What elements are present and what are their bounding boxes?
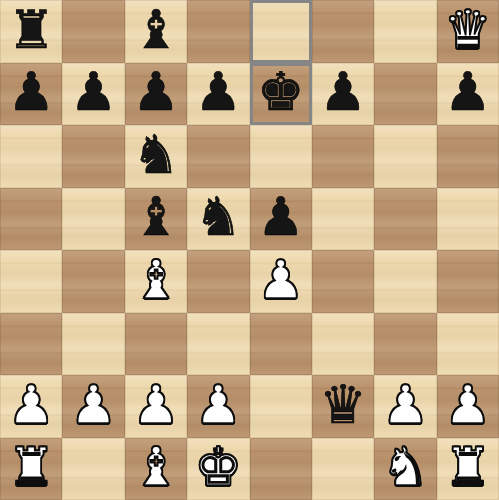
piece-white-pawn[interactable]: ♟ xyxy=(132,378,180,431)
chess-board: ♜♝♛♟♟♟♟♚♟♟♞♝♞♟♝♟♟♟♟♟♛♟♟♜♝♚♞♜ xyxy=(0,0,499,500)
square-c6[interactable]: ♞ xyxy=(125,125,187,188)
square-e8[interactable] xyxy=(250,0,312,63)
square-h8[interactable]: ♛ xyxy=(437,0,499,63)
square-b3[interactable] xyxy=(62,313,124,376)
piece-white-pawn[interactable]: ♟ xyxy=(70,378,118,431)
square-a1[interactable]: ♜ xyxy=(0,438,62,500)
square-c5[interactable]: ♝ xyxy=(125,188,187,251)
square-a4[interactable] xyxy=(0,250,62,313)
square-e4[interactable]: ♟ xyxy=(250,250,312,313)
square-g1[interactable]: ♞ xyxy=(374,438,436,500)
square-c3[interactable] xyxy=(125,313,187,376)
piece-black-pawn[interactable]: ♟ xyxy=(444,65,492,118)
square-g7[interactable] xyxy=(374,63,436,126)
piece-black-bishop[interactable]: ♝ xyxy=(132,190,180,243)
square-h1[interactable]: ♜ xyxy=(437,438,499,500)
square-b8[interactable] xyxy=(62,0,124,63)
square-d1[interactable]: ♚ xyxy=(187,438,249,500)
piece-white-queen[interactable]: ♛ xyxy=(444,3,492,56)
piece-black-king[interactable]: ♚ xyxy=(257,65,305,118)
piece-black-rook[interactable]: ♜ xyxy=(7,3,55,56)
square-b1[interactable] xyxy=(62,438,124,500)
square-c8[interactable]: ♝ xyxy=(125,0,187,63)
square-c1[interactable]: ♝ xyxy=(125,438,187,500)
square-c7[interactable]: ♟ xyxy=(125,63,187,126)
piece-white-knight[interactable]: ♞ xyxy=(382,440,430,493)
square-d6[interactable] xyxy=(187,125,249,188)
square-b5[interactable] xyxy=(62,188,124,251)
piece-white-pawn[interactable]: ♟ xyxy=(444,378,492,431)
piece-white-pawn[interactable]: ♟ xyxy=(7,378,55,431)
piece-black-knight[interactable]: ♞ xyxy=(132,128,180,181)
piece-black-pawn[interactable]: ♟ xyxy=(132,65,180,118)
chess-board-window: ♜♝♛♟♟♟♟♚♟♟♞♝♞♟♝♟♟♟♟♟♛♟♟♜♝♚♞♜ xyxy=(0,0,499,500)
square-d4[interactable] xyxy=(187,250,249,313)
square-e1[interactable] xyxy=(250,438,312,500)
square-g6[interactable] xyxy=(374,125,436,188)
square-f7[interactable]: ♟ xyxy=(312,63,374,126)
square-a3[interactable] xyxy=(0,313,62,376)
piece-black-pawn[interactable]: ♟ xyxy=(70,65,118,118)
square-g5[interactable] xyxy=(374,188,436,251)
square-h3[interactable] xyxy=(437,313,499,376)
square-g4[interactable] xyxy=(374,250,436,313)
square-f2[interactable]: ♛ xyxy=(312,375,374,438)
piece-black-pawn[interactable]: ♟ xyxy=(257,190,305,243)
piece-black-pawn[interactable]: ♟ xyxy=(195,65,243,118)
square-h7[interactable]: ♟ xyxy=(437,63,499,126)
piece-white-pawn[interactable]: ♟ xyxy=(257,253,305,306)
square-d2[interactable]: ♟ xyxy=(187,375,249,438)
square-h6[interactable] xyxy=(437,125,499,188)
square-h5[interactable] xyxy=(437,188,499,251)
square-f4[interactable] xyxy=(312,250,374,313)
square-e6[interactable] xyxy=(250,125,312,188)
square-f5[interactable] xyxy=(312,188,374,251)
square-b7[interactable]: ♟ xyxy=(62,63,124,126)
square-a2[interactable]: ♟ xyxy=(0,375,62,438)
piece-white-bishop[interactable]: ♝ xyxy=(132,440,180,493)
square-b2[interactable]: ♟ xyxy=(62,375,124,438)
square-c4[interactable]: ♝ xyxy=(125,250,187,313)
square-b6[interactable] xyxy=(62,125,124,188)
square-g2[interactable]: ♟ xyxy=(374,375,436,438)
piece-black-pawn[interactable]: ♟ xyxy=(7,65,55,118)
piece-white-rook[interactable]: ♜ xyxy=(7,440,55,493)
piece-black-pawn[interactable]: ♟ xyxy=(319,65,367,118)
square-a5[interactable] xyxy=(0,188,62,251)
square-a8[interactable]: ♜ xyxy=(0,0,62,63)
piece-white-rook[interactable]: ♜ xyxy=(444,440,492,493)
square-c2[interactable]: ♟ xyxy=(125,375,187,438)
piece-white-bishop[interactable]: ♝ xyxy=(132,253,180,306)
square-e2[interactable] xyxy=(250,375,312,438)
piece-black-bishop[interactable]: ♝ xyxy=(132,3,180,56)
square-f6[interactable] xyxy=(312,125,374,188)
square-d3[interactable] xyxy=(187,313,249,376)
square-a7[interactable]: ♟ xyxy=(0,63,62,126)
square-e7[interactable]: ♚ xyxy=(250,63,312,126)
square-f3[interactable] xyxy=(312,313,374,376)
square-d5[interactable]: ♞ xyxy=(187,188,249,251)
piece-white-king[interactable]: ♚ xyxy=(195,440,243,493)
square-e3[interactable] xyxy=(250,313,312,376)
square-e5[interactable]: ♟ xyxy=(250,188,312,251)
piece-white-pawn[interactable]: ♟ xyxy=(382,378,430,431)
square-a6[interactable] xyxy=(0,125,62,188)
square-f8[interactable] xyxy=(312,0,374,63)
piece-white-pawn[interactable]: ♟ xyxy=(195,378,243,431)
square-h2[interactable]: ♟ xyxy=(437,375,499,438)
square-d8[interactable] xyxy=(187,0,249,63)
piece-black-queen[interactable]: ♛ xyxy=(319,378,367,431)
square-g3[interactable] xyxy=(374,313,436,376)
square-f1[interactable] xyxy=(312,438,374,500)
square-d7[interactable]: ♟ xyxy=(187,63,249,126)
piece-black-knight[interactable]: ♞ xyxy=(195,190,243,243)
square-b4[interactable] xyxy=(62,250,124,313)
square-g8[interactable] xyxy=(374,0,436,63)
square-h4[interactable] xyxy=(437,250,499,313)
